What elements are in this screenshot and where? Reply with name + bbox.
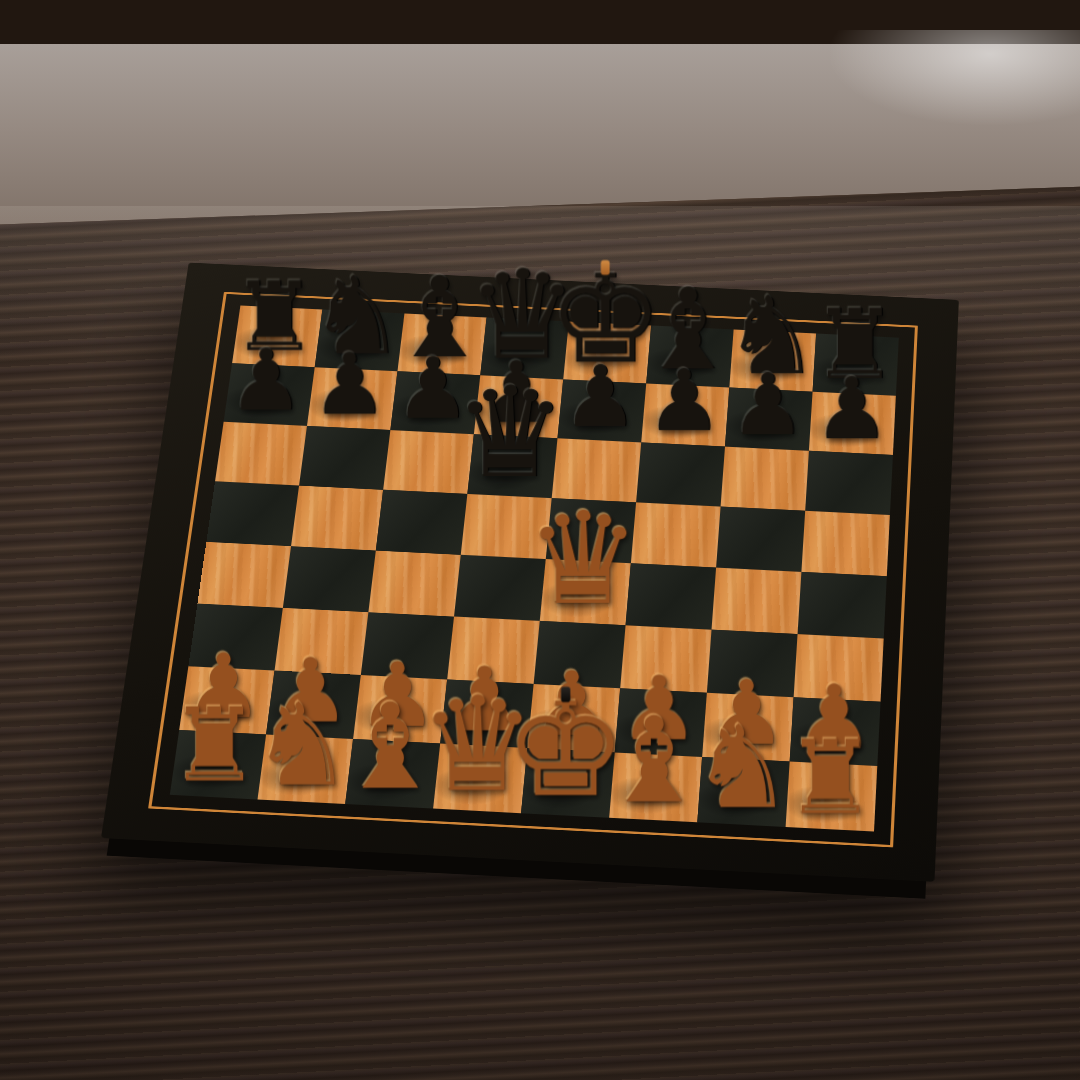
chess-board-frame: ♜♞♝♛♚♝♞♜♟♟♟♟♟♟♟♟♛♛♟♟♟♟♟♟♟♟♜♞♝♛♚♝♞♜ xyxy=(101,263,959,882)
square-b6 xyxy=(299,426,390,490)
queen-glyph: ♛ xyxy=(526,499,640,620)
rook-glyph: ♜ xyxy=(169,698,260,794)
square-g5 xyxy=(716,507,805,572)
pawn-glyph: ♟ xyxy=(645,361,721,442)
square-h6 xyxy=(805,451,893,515)
square-b7: ♟ xyxy=(307,367,398,430)
pawn-glyph: ♟ xyxy=(729,365,805,446)
square-h1: ♜ xyxy=(786,762,878,832)
square-g4 xyxy=(712,568,802,634)
square-e7: ♟ xyxy=(557,379,646,442)
pawn-glyph: ♟ xyxy=(311,345,387,425)
square-f6 xyxy=(636,442,725,506)
square-g7: ♟ xyxy=(725,388,813,451)
black-pawn-a7: ♟ xyxy=(228,341,304,421)
queen-glyph: ♛ xyxy=(454,374,566,493)
black-pawn-g7: ♟ xyxy=(729,365,805,446)
square-h4 xyxy=(798,572,887,639)
black-king-finial xyxy=(601,260,610,275)
wall-light-patch xyxy=(720,30,1080,150)
white-knight-g1: ♞ xyxy=(690,713,793,822)
square-b4 xyxy=(283,546,376,612)
square-a4 xyxy=(197,542,291,608)
square-g1: ♞ xyxy=(697,757,789,827)
black-pawn-h7: ♟ xyxy=(813,369,889,450)
square-a7: ♟ xyxy=(224,363,315,426)
square-f7: ♟ xyxy=(641,384,729,447)
square-c4 xyxy=(368,550,460,616)
rook-glyph: ♜ xyxy=(784,729,875,826)
pawn-glyph: ♟ xyxy=(228,341,304,421)
white-rook-a1: ♜ xyxy=(169,698,260,794)
white-king-finial xyxy=(561,686,570,702)
square-f1: ♝ xyxy=(609,752,702,822)
black-pawn-e7: ♟ xyxy=(562,357,638,438)
square-e4: ♛ xyxy=(540,559,631,625)
knight-glyph: ♞ xyxy=(690,713,793,822)
white-rook-h1: ♜ xyxy=(784,729,875,826)
square-h7: ♟ xyxy=(809,392,896,455)
board-grid: ♜♞♝♛♚♝♞♜♟♟♟♟♟♟♟♟♛♛♟♟♟♟♟♟♟♟♜♞♝♛♚♝♞♜ xyxy=(170,305,899,831)
black-queen-d6: ♛ xyxy=(454,374,566,493)
board-perspective-wrapper: ♜♞♝♛♚♝♞♜♟♟♟♟♟♟♟♟♛♛♟♟♟♟♟♟♟♟♜♞♝♛♚♝♞♜ xyxy=(101,263,959,882)
black-pawn-f7: ♟ xyxy=(645,361,721,442)
pawn-glyph: ♟ xyxy=(562,357,638,438)
black-pawn-b7: ♟ xyxy=(311,345,387,425)
square-c5 xyxy=(376,490,468,555)
product-photo-scene: ♜♞♝♛♚♝♞♜♟♟♟♟♟♟♟♟♛♛♟♟♟♟♟♟♟♟♜♞♝♛♚♝♞♜ xyxy=(0,0,1080,1080)
square-b5 xyxy=(291,486,383,551)
pawn-glyph: ♟ xyxy=(813,369,889,450)
square-a6 xyxy=(215,422,307,486)
square-h5 xyxy=(801,511,889,576)
white-queen-e4: ♛ xyxy=(526,499,640,620)
